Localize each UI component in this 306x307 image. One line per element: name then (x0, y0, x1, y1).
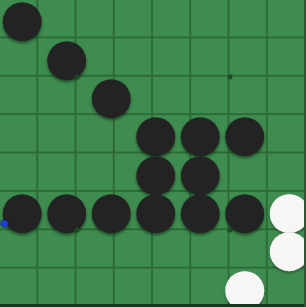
cell-d1[interactable] (134, 0, 179, 38)
black-disc: ● (223, 191, 268, 229)
cell-e6[interactable]: ● (178, 192, 223, 230)
cell-f3[interactable] (223, 77, 268, 115)
cell-f5[interactable] (223, 154, 268, 192)
cell-g4[interactable] (267, 115, 306, 153)
black-disc: ● (45, 38, 90, 76)
black-disc: ● (134, 191, 179, 229)
cell-b3[interactable] (45, 77, 90, 115)
cell-a7[interactable] (0, 230, 45, 268)
cell-g5[interactable] (267, 154, 306, 192)
black-disc: ● (134, 114, 179, 152)
black-disc: ● (89, 191, 134, 229)
cell-a5[interactable] (0, 154, 45, 192)
cell-b7[interactable] (45, 230, 90, 268)
cell-a2[interactable] (0, 38, 45, 76)
cell-d4[interactable]: ● (134, 115, 179, 153)
cell-a4[interactable] (0, 115, 45, 153)
cell-e8[interactable] (178, 269, 223, 307)
cell-f7[interactable] (223, 230, 268, 268)
black-disc: ● (89, 76, 134, 114)
cell-c7[interactable] (89, 230, 134, 268)
black-disc: ● (178, 153, 223, 191)
cell-e7[interactable] (178, 230, 223, 268)
cell-a1[interactable]: ● (0, 0, 45, 38)
white-disc: ● (223, 268, 268, 306)
cell-c2[interactable] (89, 38, 134, 76)
cell-b2[interactable]: ● (45, 38, 90, 76)
board-grid[interactable]: ●●●●●●●●●●●●●●●●●●● (0, 0, 306, 307)
blue-move-marker (1, 220, 8, 227)
cell-e1[interactable] (178, 0, 223, 38)
cell-e3[interactable] (178, 77, 223, 115)
cell-c5[interactable] (89, 154, 134, 192)
black-disc: ● (223, 114, 268, 152)
black-disc: ● (178, 114, 223, 152)
cell-b1[interactable] (45, 0, 90, 38)
black-disc: ● (178, 191, 223, 229)
cell-c8[interactable] (89, 269, 134, 307)
cell-d2[interactable] (134, 38, 179, 76)
cell-d7[interactable] (134, 230, 179, 268)
cell-g7[interactable]: ● (267, 230, 306, 268)
cell-g8[interactable] (267, 269, 306, 307)
cell-c3[interactable]: ● (89, 77, 134, 115)
cell-b5[interactable] (45, 154, 90, 192)
othello-game-area: ●●●●●●●●●●●●●●●●●●● (0, 0, 306, 307)
cell-d8[interactable] (134, 269, 179, 307)
white-disc: ● (267, 191, 306, 229)
cell-e2[interactable] (178, 38, 223, 76)
cell-a8[interactable] (0, 269, 45, 307)
cell-f1[interactable] (223, 0, 268, 38)
cell-d5[interactable]: ● (134, 154, 179, 192)
cell-d3[interactable] (134, 77, 179, 115)
cell-b8[interactable] (45, 269, 90, 307)
white-disc: ● (267, 229, 306, 267)
cell-f2[interactable] (223, 38, 268, 76)
black-disc: ● (45, 191, 90, 229)
cell-g6[interactable]: ● (267, 192, 306, 230)
cell-b4[interactable] (45, 115, 90, 153)
cell-g2[interactable] (267, 38, 306, 76)
cell-c6[interactable]: ● (89, 192, 134, 230)
cell-c4[interactable] (89, 115, 134, 153)
cell-d6[interactable]: ● (134, 192, 179, 230)
cell-g1[interactable] (267, 0, 306, 38)
cell-f6[interactable]: ● (223, 192, 268, 230)
cell-f8[interactable]: ● (223, 269, 268, 307)
cell-e5[interactable]: ● (178, 154, 223, 192)
cell-a3[interactable] (0, 77, 45, 115)
cell-f4[interactable]: ● (223, 115, 268, 153)
cell-e4[interactable]: ● (178, 115, 223, 153)
cell-g3[interactable] (267, 77, 306, 115)
black-disc: ● (134, 153, 179, 191)
black-disc: ● (0, 0, 45, 37)
cell-b6[interactable]: ● (45, 192, 90, 230)
cell-c1[interactable] (89, 0, 134, 38)
